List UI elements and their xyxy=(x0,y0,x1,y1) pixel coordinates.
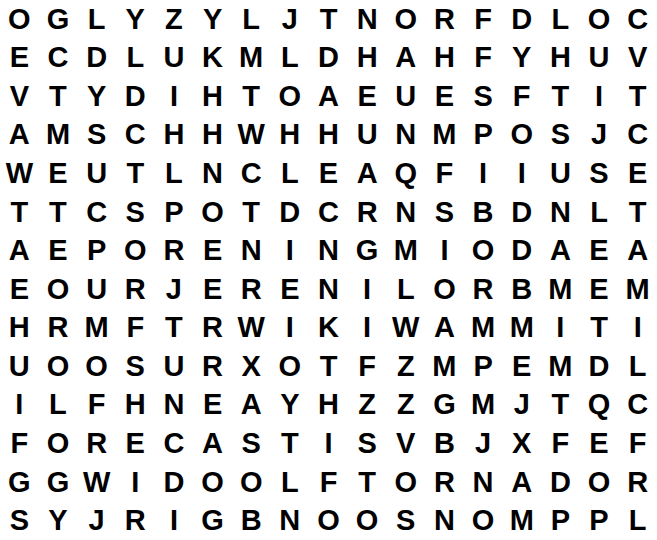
letter-cell[interactable]: F xyxy=(116,309,155,348)
letter-cell[interactable]: E xyxy=(502,347,541,386)
letter-cell[interactable]: O xyxy=(464,501,503,540)
letter-cell[interactable]: U xyxy=(155,39,194,78)
letter-cell[interactable]: C xyxy=(309,193,348,232)
letter-cell[interactable]: M xyxy=(464,386,503,425)
letter-cell[interactable]: Z xyxy=(386,347,425,386)
letter-cell[interactable]: H xyxy=(193,77,232,116)
letter-cell[interactable]: L xyxy=(618,501,657,540)
letter-cell[interactable]: P xyxy=(580,501,619,540)
letter-cell[interactable]: W xyxy=(232,116,271,155)
letter-cell[interactable]: E xyxy=(309,154,348,193)
letter-cell[interactable]: S xyxy=(116,193,155,232)
letter-cell[interactable]: F xyxy=(541,424,580,463)
letter-cell[interactable]: C xyxy=(232,154,271,193)
letter-cell[interactable]: H xyxy=(193,116,232,155)
letter-cell[interactable]: O xyxy=(0,0,39,39)
letter-cell[interactable]: I xyxy=(618,309,657,348)
letter-cell[interactable]: C xyxy=(618,116,657,155)
letter-cell[interactable]: U xyxy=(0,347,39,386)
letter-cell[interactable]: C xyxy=(77,193,116,232)
letter-cell[interactable]: E xyxy=(39,231,78,270)
letter-cell[interactable]: S xyxy=(116,347,155,386)
letter-cell[interactable]: R xyxy=(425,0,464,39)
letter-cell[interactable]: P xyxy=(541,501,580,540)
letter-cell[interactable]: P xyxy=(464,347,503,386)
letter-cell[interactable]: T xyxy=(116,154,155,193)
letter-cell[interactable]: M xyxy=(386,231,425,270)
letter-cell[interactable]: R xyxy=(348,193,387,232)
letter-cell[interactable]: L xyxy=(618,347,657,386)
letter-cell[interactable]: A xyxy=(386,39,425,78)
word-search-grid: OGLYZYLJTNORFDLOCECDLUKMLDHAHFYHUVVTYDIH… xyxy=(0,0,657,540)
letter-cell[interactable]: M xyxy=(464,309,503,348)
letter-cell[interactable]: A xyxy=(541,231,580,270)
letter-cell[interactable]: R xyxy=(618,463,657,502)
letter-cell[interactable]: S xyxy=(0,501,39,540)
letter-cell[interactable]: T xyxy=(618,77,657,116)
letter-cell[interactable]: H xyxy=(309,116,348,155)
letter-cell[interactable]: G xyxy=(39,463,78,502)
letter-cell[interactable]: C xyxy=(39,39,78,78)
letter-cell[interactable]: H xyxy=(541,39,580,78)
letter-cell[interactable]: C xyxy=(155,424,194,463)
letter-cell[interactable]: W xyxy=(0,154,39,193)
letter-cell[interactable]: N xyxy=(309,231,348,270)
letter-cell[interactable]: W xyxy=(232,309,271,348)
letter-cell[interactable]: E xyxy=(0,39,39,78)
letter-cell[interactable]: D xyxy=(155,463,194,502)
letter-cell[interactable]: O xyxy=(39,270,78,309)
letter-cell[interactable]: S xyxy=(580,154,619,193)
letter-cell[interactable]: C xyxy=(618,0,657,39)
letter-cell[interactable]: U xyxy=(77,270,116,309)
letter-cell[interactable]: H xyxy=(309,386,348,425)
letter-cell[interactable]: K xyxy=(309,309,348,348)
letter-cell[interactable]: E xyxy=(618,154,657,193)
letter-cell[interactable]: K xyxy=(193,39,232,78)
letter-cell[interactable]: D xyxy=(502,231,541,270)
letter-cell[interactable]: F xyxy=(0,424,39,463)
letter-cell[interactable]: A xyxy=(502,463,541,502)
letter-cell[interactable]: A xyxy=(0,231,39,270)
letter-cell[interactable]: J xyxy=(502,386,541,425)
letter-cell[interactable]: H xyxy=(116,386,155,425)
letter-cell[interactable]: H xyxy=(155,116,194,155)
letter-cell[interactable]: U xyxy=(541,154,580,193)
letter-cell[interactable]: N xyxy=(386,116,425,155)
letter-cell[interactable]: P xyxy=(464,116,503,155)
letter-cell[interactable]: B xyxy=(502,270,541,309)
letter-cell[interactable]: O xyxy=(464,231,503,270)
letter-cell[interactable]: Q xyxy=(580,386,619,425)
letter-cell[interactable]: S xyxy=(348,424,387,463)
letter-cell[interactable]: G xyxy=(193,501,232,540)
letter-cell[interactable]: N xyxy=(464,463,503,502)
letter-cell[interactable]: R xyxy=(425,463,464,502)
letter-cell[interactable]: B xyxy=(425,424,464,463)
letter-cell[interactable]: L xyxy=(77,0,116,39)
letter-cell[interactable]: V xyxy=(386,424,425,463)
letter-cell[interactable]: O xyxy=(425,270,464,309)
letter-cell[interactable]: C xyxy=(618,386,657,425)
letter-cell[interactable]: O xyxy=(386,0,425,39)
letter-cell[interactable]: Z xyxy=(348,386,387,425)
letter-cell[interactable]: R xyxy=(155,231,194,270)
letter-cell[interactable]: J xyxy=(155,270,194,309)
letter-cell[interactable]: P xyxy=(77,231,116,270)
letter-cell[interactable]: M xyxy=(618,270,657,309)
letter-cell[interactable]: C xyxy=(116,116,155,155)
letter-cell[interactable]: T xyxy=(541,386,580,425)
letter-cell[interactable]: N xyxy=(386,193,425,232)
letter-cell[interactable]: T xyxy=(39,77,78,116)
letter-cell[interactable]: U xyxy=(386,77,425,116)
letter-cell[interactable]: M xyxy=(232,39,271,78)
letter-cell[interactable]: L xyxy=(271,154,310,193)
letter-cell[interactable]: I xyxy=(116,463,155,502)
letter-cell[interactable]: L xyxy=(386,270,425,309)
letter-cell[interactable]: A xyxy=(193,424,232,463)
letter-cell[interactable]: V xyxy=(618,39,657,78)
letter-cell[interactable]: T xyxy=(618,193,657,232)
letter-cell[interactable]: R xyxy=(116,270,155,309)
letter-cell[interactable]: R xyxy=(116,501,155,540)
letter-cell[interactable]: O xyxy=(39,347,78,386)
letter-cell[interactable]: I xyxy=(348,270,387,309)
letter-cell[interactable]: T xyxy=(541,77,580,116)
letter-cell[interactable]: T xyxy=(309,347,348,386)
letter-cell[interactable]: I xyxy=(271,309,310,348)
letter-cell[interactable]: W xyxy=(77,463,116,502)
letter-cell[interactable]: B xyxy=(232,501,271,540)
letter-cell[interactable]: X xyxy=(232,347,271,386)
letter-cell[interactable]: I xyxy=(502,154,541,193)
letter-cell[interactable]: M xyxy=(502,501,541,540)
letter-cell[interactable]: E xyxy=(580,270,619,309)
letter-cell[interactable]: E xyxy=(39,154,78,193)
letter-cell[interactable]: O xyxy=(271,77,310,116)
letter-cell[interactable]: I xyxy=(155,501,194,540)
letter-cell[interactable]: A xyxy=(309,77,348,116)
letter-cell[interactable]: N xyxy=(155,386,194,425)
letter-cell[interactable]: M xyxy=(77,309,116,348)
letter-cell[interactable]: F xyxy=(464,0,503,39)
letter-cell[interactable]: E xyxy=(348,77,387,116)
letter-cell[interactable]: E xyxy=(193,231,232,270)
letter-cell[interactable]: S xyxy=(541,116,580,155)
letter-cell[interactable]: X xyxy=(502,424,541,463)
letter-cell[interactable]: R xyxy=(39,309,78,348)
letter-cell[interactable]: O xyxy=(309,501,348,540)
letter-cell[interactable]: M xyxy=(425,347,464,386)
letter-cell[interactable]: L xyxy=(232,0,271,39)
letter-cell[interactable]: O xyxy=(580,0,619,39)
letter-cell[interactable]: I xyxy=(0,386,39,425)
letter-cell[interactable]: L xyxy=(580,193,619,232)
letter-cell[interactable]: G xyxy=(348,231,387,270)
letter-cell[interactable]: I xyxy=(425,231,464,270)
letter-cell[interactable]: N xyxy=(309,270,348,309)
letter-cell[interactable]: O xyxy=(77,347,116,386)
letter-cell[interactable]: Z xyxy=(386,386,425,425)
letter-cell[interactable]: U xyxy=(348,116,387,155)
letter-cell[interactable]: S xyxy=(77,116,116,155)
letter-cell[interactable]: D xyxy=(271,193,310,232)
letter-cell[interactable]: I xyxy=(580,77,619,116)
letter-cell[interactable]: T xyxy=(348,463,387,502)
letter-cell[interactable]: G xyxy=(425,386,464,425)
letter-cell[interactable]: M xyxy=(502,309,541,348)
letter-cell[interactable]: I xyxy=(155,77,194,116)
letter-cell[interactable]: M xyxy=(425,116,464,155)
letter-cell[interactable]: T xyxy=(39,193,78,232)
letter-cell[interactable]: F xyxy=(502,77,541,116)
letter-cell[interactable]: E xyxy=(271,270,310,309)
letter-cell[interactable]: P xyxy=(155,193,194,232)
letter-cell[interactable]: T xyxy=(309,0,348,39)
letter-cell[interactable]: E xyxy=(116,424,155,463)
letter-cell[interactable]: E xyxy=(580,424,619,463)
letter-cell[interactable]: T xyxy=(271,424,310,463)
letter-cell[interactable]: H xyxy=(425,39,464,78)
letter-cell[interactable]: M xyxy=(541,347,580,386)
letter-cell[interactable]: J xyxy=(464,424,503,463)
letter-cell[interactable]: N xyxy=(348,0,387,39)
letter-cell[interactable]: Z xyxy=(155,0,194,39)
letter-cell[interactable]: H xyxy=(0,309,39,348)
letter-cell[interactable]: I xyxy=(464,154,503,193)
letter-cell[interactable]: L xyxy=(116,39,155,78)
letter-cell[interactable]: L xyxy=(541,0,580,39)
letter-cell[interactable]: O xyxy=(39,424,78,463)
letter-cell[interactable]: O xyxy=(193,193,232,232)
letter-cell[interactable]: R xyxy=(77,424,116,463)
letter-cell[interactable]: E xyxy=(425,77,464,116)
letter-cell[interactable]: V xyxy=(0,77,39,116)
letter-cell[interactable]: E xyxy=(193,270,232,309)
letter-cell[interactable]: A xyxy=(425,309,464,348)
letter-cell[interactable]: D xyxy=(502,0,541,39)
letter-cell[interactable]: T xyxy=(0,193,39,232)
letter-cell[interactable]: I xyxy=(309,424,348,463)
letter-cell[interactable]: R xyxy=(232,270,271,309)
letter-cell[interactable]: F xyxy=(348,347,387,386)
letter-cell[interactable]: W xyxy=(386,309,425,348)
letter-cell[interactable]: I xyxy=(541,309,580,348)
letter-cell[interactable]: F xyxy=(77,386,116,425)
letter-cell[interactable]: D xyxy=(77,39,116,78)
letter-cell[interactable]: A xyxy=(232,386,271,425)
letter-cell[interactable]: H xyxy=(348,39,387,78)
letter-cell[interactable]: I xyxy=(348,309,387,348)
letter-cell[interactable]: O xyxy=(116,231,155,270)
letter-cell[interactable]: T xyxy=(232,193,271,232)
letter-cell[interactable]: Y xyxy=(502,39,541,78)
letter-cell[interactable]: F xyxy=(425,154,464,193)
letter-cell[interactable]: D xyxy=(309,39,348,78)
letter-cell[interactable]: R xyxy=(464,270,503,309)
letter-cell[interactable]: Y xyxy=(39,501,78,540)
letter-cell[interactable]: A xyxy=(0,116,39,155)
letter-cell[interactable]: O xyxy=(386,463,425,502)
letter-cell[interactable]: S xyxy=(386,501,425,540)
letter-cell[interactable]: D xyxy=(116,77,155,116)
letter-cell[interactable]: Y xyxy=(77,77,116,116)
letter-cell[interactable]: N xyxy=(541,193,580,232)
letter-cell[interactable]: O xyxy=(271,347,310,386)
letter-cell[interactable]: Y xyxy=(271,386,310,425)
letter-cell[interactable]: O xyxy=(502,116,541,155)
letter-cell[interactable]: N xyxy=(271,501,310,540)
letter-cell[interactable]: Y xyxy=(193,0,232,39)
letter-cell[interactable]: J xyxy=(580,116,619,155)
letter-cell[interactable]: I xyxy=(271,231,310,270)
letter-cell[interactable]: M xyxy=(39,116,78,155)
letter-cell[interactable]: B xyxy=(464,193,503,232)
letter-cell[interactable]: J xyxy=(271,0,310,39)
letter-cell[interactable]: L xyxy=(271,39,310,78)
letter-cell[interactable]: R xyxy=(193,309,232,348)
letter-cell[interactable]: D xyxy=(580,347,619,386)
letter-cell[interactable]: G xyxy=(0,463,39,502)
letter-cell[interactable]: O xyxy=(232,463,271,502)
letter-cell[interactable]: L xyxy=(39,386,78,425)
letter-cell[interactable]: O xyxy=(580,463,619,502)
letter-cell[interactable]: O xyxy=(348,501,387,540)
letter-cell[interactable]: N xyxy=(193,154,232,193)
letter-cell[interactable]: J xyxy=(77,501,116,540)
letter-cell[interactable]: T xyxy=(580,309,619,348)
letter-cell[interactable]: S xyxy=(425,193,464,232)
letter-cell[interactable]: T xyxy=(155,309,194,348)
letter-cell[interactable]: S xyxy=(232,424,271,463)
letter-cell[interactable]: D xyxy=(502,193,541,232)
letter-cell[interactable]: E xyxy=(0,270,39,309)
letter-cell[interactable]: N xyxy=(232,231,271,270)
letter-cell[interactable]: F xyxy=(618,424,657,463)
letter-cell[interactable]: N xyxy=(425,501,464,540)
letter-cell[interactable]: R xyxy=(193,347,232,386)
letter-cell[interactable]: L xyxy=(271,463,310,502)
letter-cell[interactable]: F xyxy=(309,463,348,502)
letter-cell[interactable]: S xyxy=(464,77,503,116)
letter-cell[interactable]: M xyxy=(541,270,580,309)
letter-cell[interactable]: H xyxy=(271,116,310,155)
letter-cell[interactable]: U xyxy=(580,39,619,78)
letter-cell[interactable]: D xyxy=(541,463,580,502)
letter-cell[interactable]: Q xyxy=(386,154,425,193)
letter-cell[interactable]: U xyxy=(155,347,194,386)
letter-cell[interactable]: A xyxy=(348,154,387,193)
letter-cell[interactable]: E xyxy=(580,231,619,270)
letter-cell[interactable]: A xyxy=(618,231,657,270)
letter-cell[interactable]: F xyxy=(464,39,503,78)
letter-cell[interactable]: E xyxy=(193,386,232,425)
letter-cell[interactable]: Y xyxy=(116,0,155,39)
letter-cell[interactable]: T xyxy=(232,77,271,116)
letter-cell[interactable]: L xyxy=(155,154,194,193)
letter-cell[interactable]: O xyxy=(193,463,232,502)
letter-cell[interactable]: U xyxy=(77,154,116,193)
letter-cell[interactable]: G xyxy=(39,0,78,39)
